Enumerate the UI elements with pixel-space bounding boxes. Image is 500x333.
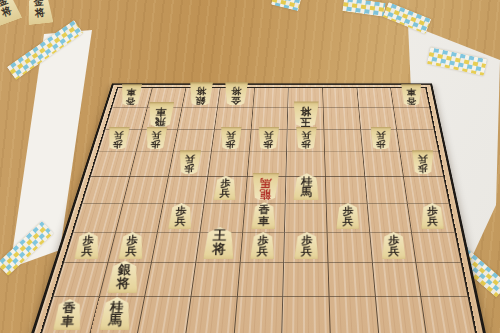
square-5f[interactable]: 香車: [243, 204, 286, 233]
square-6i[interactable]: [186, 297, 237, 333]
square-7f[interactable]: 歩兵: [158, 204, 204, 233]
shogi-piece-gote-pawn-7d[interactable]: 歩兵: [178, 150, 201, 176]
square-2g[interactable]: 歩兵: [370, 232, 417, 263]
shogi-piece-gote-lance-1a[interactable]: 香車: [401, 84, 421, 107]
square-3a[interactable]: [323, 88, 359, 108]
square-3b[interactable]: [324, 108, 361, 129]
shogi-piece-sente-lance-9i[interactable]: 香車: [52, 299, 83, 333]
piece-tilt: 香車: [251, 202, 276, 231]
shogi-piece-sente-pawn-6e[interactable]: 歩兵: [213, 176, 237, 203]
square-7a[interactable]: 銀将: [183, 88, 221, 108]
square-6a[interactable]: 金将: [218, 88, 255, 108]
square-7e[interactable]: [164, 177, 208, 204]
shogi-board: 香車銀将金将香車飛車玉将歩兵歩兵歩兵歩兵歩兵歩兵歩兵歩兵歩兵龍馬桂馬歩兵香車歩兵…: [28, 83, 488, 333]
piece-tilt: 歩兵: [74, 232, 101, 262]
square-5e[interactable]: 龍馬: [245, 177, 286, 204]
piece-tilt: 歩兵: [336, 203, 360, 231]
square-9a[interactable]: 香車: [112, 88, 152, 108]
piece-tilt: 歩兵: [250, 232, 275, 262]
piece-tilt: 香車: [52, 299, 83, 333]
square-4i[interactable]: [283, 297, 331, 333]
square-4g[interactable]: 歩兵: [284, 232, 328, 263]
shogi-piece-sente-pawn-5g[interactable]: 歩兵: [250, 232, 275, 262]
shogi-piece-sente-silver-8h[interactable]: 銀将: [107, 261, 140, 296]
square-7b[interactable]: [178, 108, 217, 129]
square-8c[interactable]: 歩兵: [136, 129, 178, 152]
piece-tilt: 歩兵: [178, 150, 201, 176]
piece-tilt: 歩兵: [145, 127, 168, 152]
shogi-piece-sente-pawn-1f[interactable]: 歩兵: [421, 203, 445, 231]
piece-tilt: 玉将: [293, 101, 319, 128]
square-4h[interactable]: [283, 263, 329, 297]
captured-piece-1[interactable]: 金将: [26, 0, 54, 25]
piece-tilt: 香車: [401, 84, 421, 107]
piece-tilt: 金将: [224, 82, 248, 107]
piece-tilt: 歩兵: [107, 127, 130, 152]
square-5h[interactable]: [237, 263, 284, 297]
square-3d[interactable]: [325, 152, 365, 177]
washi-tape-top-right-a: [342, 0, 386, 17]
shogi-piece-gote-lance-9a[interactable]: 香車: [120, 84, 142, 107]
captured-piece-0[interactable]: 金将: [0, 0, 22, 26]
shogi-piece-gote-pawn-9c[interactable]: 歩兵: [107, 127, 130, 152]
shogi-piece-sente-pawn-3f[interactable]: 歩兵: [336, 203, 360, 231]
square-7d[interactable]: 歩兵: [169, 152, 212, 177]
square-7c[interactable]: [174, 129, 215, 152]
square-8g[interactable]: 歩兵: [108, 232, 158, 263]
square-2a[interactable]: [357, 88, 394, 108]
shogi-piece-gote-pawn-4c[interactable]: 歩兵: [295, 127, 316, 152]
shogi-piece-gote-pawn-8c[interactable]: 歩兵: [145, 127, 168, 152]
square-1d[interactable]: 歩兵: [401, 152, 444, 177]
square-3c[interactable]: [324, 129, 363, 152]
square-3g[interactable]: [328, 232, 373, 263]
square-5c[interactable]: 歩兵: [249, 129, 287, 152]
square-9i[interactable]: 香車: [42, 297, 100, 333]
shogi-piece-sente-knight-8i[interactable]: 桂馬: [99, 297, 133, 333]
shogi-piece-gote-promoted-bishop-5e[interactable]: 龍馬: [252, 173, 280, 203]
piece-tilt: 歩兵: [168, 203, 193, 231]
square-9h[interactable]: [53, 263, 108, 297]
square-1c[interactable]: [397, 129, 438, 152]
square-6e[interactable]: 歩兵: [204, 177, 247, 204]
square-3f[interactable]: 歩兵: [327, 204, 370, 233]
square-7g[interactable]: [152, 232, 200, 263]
shogi-piece-gote-pawn-1d[interactable]: 歩兵: [412, 150, 434, 176]
square-7h[interactable]: [145, 263, 196, 297]
square-3e[interactable]: [326, 177, 368, 204]
piece-tilt: 歩兵: [421, 203, 445, 231]
square-1a[interactable]: 香車: [391, 88, 429, 108]
square-3i[interactable]: [330, 297, 379, 333]
square-6c[interactable]: 歩兵: [212, 129, 252, 152]
square-8i[interactable]: 桂馬: [90, 297, 145, 333]
square-8e[interactable]: [123, 177, 169, 204]
square-4f[interactable]: [285, 204, 327, 233]
square-8f[interactable]: [116, 204, 164, 233]
square-9f[interactable]: [73, 204, 123, 233]
shogi-piece-gote-gold-6a[interactable]: 金将: [224, 82, 248, 107]
shogi-piece-gote-king-4b[interactable]: 玉将: [293, 101, 319, 128]
piece-tilt: 龍馬: [252, 173, 280, 203]
piece-tilt: 香車: [120, 84, 142, 107]
square-9d[interactable]: [91, 152, 136, 177]
table-surface: 香車銀将金将香車飛車玉将歩兵歩兵歩兵歩兵歩兵歩兵歩兵歩兵歩兵龍馬桂馬歩兵香車歩兵…: [0, 0, 500, 333]
square-2i[interactable]: [376, 297, 427, 333]
shogi-piece-sente-pawn-2g[interactable]: 歩兵: [382, 232, 406, 262]
piece-tilt: 歩兵: [258, 127, 280, 152]
piece-tilt: 銀将: [189, 82, 214, 107]
square-5g[interactable]: 歩兵: [240, 232, 285, 263]
washi-tape-top-small: [271, 0, 301, 11]
shogi-piece-gote-pawn-2c[interactable]: 歩兵: [370, 127, 391, 152]
square-9c[interactable]: 歩兵: [98, 129, 142, 152]
piece-tilt: 歩兵: [382, 232, 406, 262]
piece-tilt: 歩兵: [118, 232, 145, 262]
square-2f[interactable]: [367, 204, 412, 233]
square-1f[interactable]: 歩兵: [408, 204, 455, 233]
washi-tape-top-right-b: [383, 2, 432, 34]
shogi-piece-sente-pawn-4g[interactable]: 歩兵: [294, 232, 319, 262]
piece-tilt: 歩兵: [295, 127, 316, 152]
square-8d[interactable]: [130, 152, 174, 177]
shogi-piece-sente-pawn-9g[interactable]: 歩兵: [74, 232, 101, 262]
shogi-piece-gote-pawn-6c[interactable]: 歩兵: [220, 127, 242, 152]
piece-tilt: 歩兵: [294, 232, 319, 262]
piece-tilt: 歩兵: [412, 150, 434, 176]
square-7i[interactable]: [138, 297, 191, 333]
square-3h[interactable]: [328, 263, 375, 297]
square-1b[interactable]: [394, 108, 434, 129]
shogi-piece-gote-pawn-5c[interactable]: 歩兵: [258, 127, 280, 152]
piece-tilt: 銀将: [107, 261, 140, 296]
shogi-piece-sente-pawn-8g[interactable]: 歩兵: [118, 232, 145, 262]
shogi-piece-sente-pawn-7f[interactable]: 歩兵: [168, 203, 193, 231]
piece-tilt: 桂馬: [99, 297, 133, 333]
square-1g[interactable]: [412, 232, 461, 263]
piece-tilt: 王将: [203, 227, 235, 262]
square-4c[interactable]: 歩兵: [287, 129, 325, 152]
square-1e[interactable]: [404, 177, 449, 204]
square-2e[interactable]: [365, 177, 408, 204]
square-2c[interactable]: 歩兵: [361, 129, 401, 152]
square-6g[interactable]: 王将: [196, 232, 243, 263]
piece-tilt: 歩兵: [213, 176, 237, 203]
shogi-piece-sente-knight-4e[interactable]: 桂馬: [293, 173, 319, 202]
square-1i[interactable]: [422, 297, 476, 333]
piece-tilt: 飛車: [147, 102, 174, 129]
square-8h[interactable]: 銀将: [99, 263, 152, 297]
square-6d[interactable]: [208, 152, 249, 177]
square-4e[interactable]: 桂馬: [286, 177, 327, 204]
board-grid: 香車銀将金将香車飛車玉将歩兵歩兵歩兵歩兵歩兵歩兵歩兵歩兵歩兵龍馬桂馬歩兵香車歩兵…: [39, 87, 477, 333]
square-2h[interactable]: [373, 263, 422, 297]
square-2d[interactable]: [363, 152, 404, 177]
square-9e[interactable]: [82, 177, 129, 204]
shogi-piece-sente-lance-5f[interactable]: 香車: [251, 202, 276, 231]
piece-tilt: 歩兵: [220, 127, 242, 152]
piece-tilt: 歩兵: [370, 127, 391, 152]
shogi-piece-gote-silver-7a[interactable]: 銀将: [189, 82, 214, 107]
square-5a[interactable]: [253, 88, 289, 108]
piece-tilt: 桂馬: [293, 173, 319, 202]
square-5i[interactable]: [234, 297, 283, 333]
shogi-piece-sente-king-6g[interactable]: 王将: [203, 227, 235, 262]
square-6h[interactable]: [191, 263, 240, 297]
shogi-piece-gote-rook-8b[interactable]: 飛車: [147, 102, 174, 129]
square-1h[interactable]: [417, 263, 468, 297]
